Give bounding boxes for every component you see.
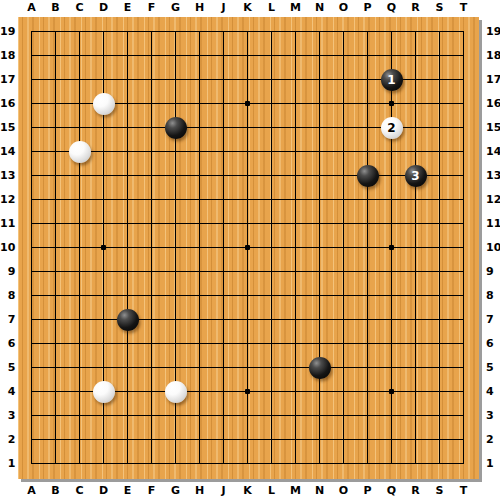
coord-label-row: 7 xyxy=(0,308,15,332)
stone-c14[interactable] xyxy=(69,141,91,163)
coord-label-column: F xyxy=(140,482,164,499)
coord-label-column: J xyxy=(212,0,236,15)
coord-label-row: 13 xyxy=(486,164,500,188)
stone-d16[interactable] xyxy=(93,93,115,115)
coord-label-row: 14 xyxy=(486,140,500,164)
star-point xyxy=(245,101,250,106)
star-point xyxy=(101,245,106,250)
stone-q17[interactable]: 1 xyxy=(381,69,403,91)
coord-label-row: 1 xyxy=(0,452,15,476)
move-number: 3 xyxy=(411,170,419,182)
stone-p13[interactable] xyxy=(357,165,379,187)
coord-label-row: 16 xyxy=(0,92,15,116)
coord-label-column: H xyxy=(188,0,212,15)
coord-label-column: C xyxy=(68,0,92,15)
coord-label-column: S xyxy=(428,482,452,499)
coord-label-column: D xyxy=(92,482,116,499)
coord-label-column: T xyxy=(452,482,476,499)
coord-label-column: M xyxy=(284,0,308,15)
coord-label-column: F xyxy=(140,0,164,15)
coord-label-column: Q xyxy=(380,482,404,499)
coord-label-row: 6 xyxy=(486,332,500,356)
coord-label-column: R xyxy=(404,0,428,15)
stone-n5[interactable] xyxy=(309,357,331,379)
coord-label-column: J xyxy=(212,482,236,499)
stone-e7[interactable] xyxy=(117,309,139,331)
stone-g15[interactable] xyxy=(165,117,187,139)
coord-label-row: 10 xyxy=(0,236,15,260)
coord-label-row: 4 xyxy=(0,380,15,404)
coord-label-column: B xyxy=(44,482,68,499)
coords-top: ABCDEFGHJKLMNOPQRST xyxy=(20,0,476,15)
coord-label-column: T xyxy=(452,0,476,15)
coord-label-row: 3 xyxy=(0,404,15,428)
coord-label-row: 19 xyxy=(0,20,15,44)
coord-label-row: 12 xyxy=(0,188,15,212)
coord-label-row: 9 xyxy=(486,260,500,284)
star-point xyxy=(245,245,250,250)
coord-label-row: 7 xyxy=(486,308,500,332)
coord-label-column: C xyxy=(68,482,92,499)
coord-label-column: H xyxy=(188,482,212,499)
coord-label-column: Q xyxy=(380,0,404,15)
coord-label-column: N xyxy=(308,0,332,15)
coord-label-column: K xyxy=(236,482,260,499)
stone-q15[interactable]: 2 xyxy=(381,117,403,139)
coord-label-row: 6 xyxy=(0,332,15,356)
coord-label-column: A xyxy=(20,482,44,499)
coord-label-row: 4 xyxy=(486,380,500,404)
coord-label-row: 14 xyxy=(0,140,15,164)
coord-label-column: A xyxy=(20,0,44,15)
coord-label-row: 8 xyxy=(0,284,15,308)
coord-label-row: 16 xyxy=(486,92,500,116)
star-point xyxy=(245,389,250,394)
coord-label-row: 15 xyxy=(0,116,15,140)
coord-label-column: G xyxy=(164,482,188,499)
coord-label-row: 12 xyxy=(486,188,500,212)
coord-label-column: O xyxy=(332,482,356,499)
coords-bottom: ABCDEFGHJKLMNOPQRST xyxy=(20,482,476,499)
coord-label-row: 2 xyxy=(486,428,500,452)
coord-label-row: 17 xyxy=(486,68,500,92)
coord-label-column: K xyxy=(236,0,260,15)
coord-label-column: P xyxy=(356,0,380,15)
star-point xyxy=(389,389,394,394)
coord-label-column: L xyxy=(260,0,284,15)
coord-label-column: S xyxy=(428,0,452,15)
go-board-diagram: ABCDEFGHJKLMNOPQRST ABCDEFGHJKLMNOPQRST … xyxy=(0,0,500,500)
coords-right: 19181716151413121110987654321 xyxy=(486,20,500,476)
star-point xyxy=(389,101,394,106)
coord-label-row: 1 xyxy=(486,452,500,476)
stone-r13[interactable]: 3 xyxy=(405,165,427,187)
coord-label-row: 11 xyxy=(486,212,500,236)
coord-label-column: E xyxy=(116,0,140,15)
coord-label-row: 8 xyxy=(486,284,500,308)
coord-label-row: 18 xyxy=(0,44,15,68)
goban-grid[interactable]: 123 xyxy=(20,20,476,476)
coord-label-row: 11 xyxy=(0,212,15,236)
coord-label-column: G xyxy=(164,0,188,15)
coord-label-column: M xyxy=(284,482,308,499)
coord-label-row: 13 xyxy=(0,164,15,188)
coord-label-row: 5 xyxy=(486,356,500,380)
coord-label-column: P xyxy=(356,482,380,499)
coord-label-column: R xyxy=(404,482,428,499)
stone-d4[interactable] xyxy=(93,381,115,403)
coord-label-column: L xyxy=(260,482,284,499)
coord-label-row: 2 xyxy=(0,428,15,452)
coord-label-row: 17 xyxy=(0,68,15,92)
move-number: 2 xyxy=(387,122,395,134)
star-point xyxy=(389,245,394,250)
coord-label-column: N xyxy=(308,482,332,499)
coord-label-column: D xyxy=(92,0,116,15)
goban[interactable]: 123 xyxy=(18,17,479,479)
coord-label-row: 9 xyxy=(0,260,15,284)
coord-label-row: 15 xyxy=(486,116,500,140)
coord-label-column: B xyxy=(44,0,68,15)
coord-label-column: E xyxy=(116,482,140,499)
coord-label-row: 19 xyxy=(486,20,500,44)
move-number: 1 xyxy=(387,74,395,86)
coord-label-row: 18 xyxy=(486,44,500,68)
coord-label-row: 3 xyxy=(486,404,500,428)
coord-label-row: 5 xyxy=(0,356,15,380)
coord-label-column: O xyxy=(332,0,356,15)
coords-left: 19181716151413121110987654321 xyxy=(0,20,15,476)
stone-g4[interactable] xyxy=(165,381,187,403)
coord-label-row: 10 xyxy=(486,236,500,260)
